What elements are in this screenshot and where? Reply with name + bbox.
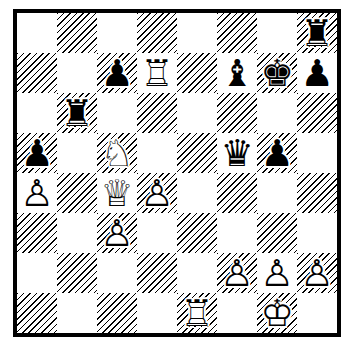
square-c2[interactable]: [97, 253, 137, 293]
white-pawn-halo-icon: ♟: [137, 173, 177, 213]
square-e5[interactable]: [177, 133, 217, 173]
square-h6[interactable]: [297, 93, 337, 133]
black-bishop-icon: ♝: [217, 53, 257, 93]
square-b4[interactable]: [57, 173, 97, 213]
white-pawn-icon: ♙: [137, 173, 177, 213]
square-c8[interactable]: [97, 13, 137, 53]
square-f3[interactable]: [217, 213, 257, 253]
square-f6[interactable]: [217, 93, 257, 133]
black-rook-icon: ♜: [297, 13, 337, 53]
chess-board: ♜♜♟♟♜♖♝♝♚♚♟♟♜♜♟♟♞♘♛♛♟♟♟♙♛♕♟♙♟♙♟♙♟♙♟♙♜♖♚♔: [17, 13, 337, 333]
square-b6[interactable]: ♜♜: [57, 93, 97, 133]
square-b2[interactable]: [57, 253, 97, 293]
black-queen-icon: ♛: [217, 133, 257, 173]
square-d6[interactable]: [137, 93, 177, 133]
white-pawn-halo-icon: ♟: [17, 173, 57, 213]
square-g5[interactable]: ♟♟: [257, 133, 297, 173]
black-queen-halo-icon: ♛: [217, 133, 257, 173]
white-knight-icon: ♘: [97, 133, 137, 173]
square-h8[interactable]: ♜♜: [297, 13, 337, 53]
square-b5[interactable]: [57, 133, 97, 173]
square-g6[interactable]: [257, 93, 297, 133]
square-e2[interactable]: [177, 253, 217, 293]
square-h2[interactable]: ♟♙: [297, 253, 337, 293]
square-f2[interactable]: ♟♙: [217, 253, 257, 293]
square-d7[interactable]: ♜♖: [137, 53, 177, 93]
black-rook-halo-icon: ♜: [57, 93, 97, 133]
square-a6[interactable]: [17, 93, 57, 133]
chess-board-frame: ♜♜♟♟♜♖♝♝♚♚♟♟♜♜♟♟♞♘♛♛♟♟♟♙♛♕♟♙♟♙♟♙♟♙♟♙♜♖♚♔: [13, 9, 341, 337]
square-d2[interactable]: [137, 253, 177, 293]
square-f1[interactable]: [217, 293, 257, 333]
white-queen-halo-icon: ♛: [97, 173, 137, 213]
white-rook-icon: ♖: [177, 293, 217, 333]
square-e1[interactable]: ♜♖: [177, 293, 217, 333]
square-a2[interactable]: [17, 253, 57, 293]
square-f4[interactable]: [217, 173, 257, 213]
square-g4[interactable]: [257, 173, 297, 213]
square-g1[interactable]: ♚♔: [257, 293, 297, 333]
white-pawn-halo-icon: ♟: [297, 253, 337, 293]
square-e3[interactable]: [177, 213, 217, 253]
square-e7[interactable]: [177, 53, 217, 93]
square-f8[interactable]: [217, 13, 257, 53]
white-pawn-icon: ♙: [17, 173, 57, 213]
square-g8[interactable]: [257, 13, 297, 53]
square-e8[interactable]: [177, 13, 217, 53]
square-g2[interactable]: ♟♙: [257, 253, 297, 293]
square-c1[interactable]: [97, 293, 137, 333]
square-b1[interactable]: [57, 293, 97, 333]
square-d8[interactable]: [137, 13, 177, 53]
square-g3[interactable]: [257, 213, 297, 253]
white-pawn-icon: ♙: [297, 253, 337, 293]
square-a4[interactable]: ♟♙: [17, 173, 57, 213]
square-b7[interactable]: [57, 53, 97, 93]
square-e4[interactable]: [177, 173, 217, 213]
black-king-halo-icon: ♚: [257, 53, 297, 93]
black-bishop-halo-icon: ♝: [217, 53, 257, 93]
square-d1[interactable]: [137, 293, 177, 333]
black-pawn-icon: ♟: [97, 53, 137, 93]
black-rook-icon: ♜: [57, 93, 97, 133]
white-pawn-halo-icon: ♟: [97, 213, 137, 253]
square-d5[interactable]: [137, 133, 177, 173]
white-knight-halo-icon: ♞: [97, 133, 137, 173]
white-pawn-halo-icon: ♟: [217, 253, 257, 293]
white-king-icon: ♔: [257, 293, 297, 333]
square-h4[interactable]: [297, 173, 337, 213]
white-pawn-icon: ♙: [217, 253, 257, 293]
white-pawn-icon: ♙: [97, 213, 137, 253]
square-c5[interactable]: ♞♘: [97, 133, 137, 173]
square-f7[interactable]: ♝♝: [217, 53, 257, 93]
square-e6[interactable]: [177, 93, 217, 133]
white-rook-halo-icon: ♜: [137, 53, 177, 93]
square-a8[interactable]: [17, 13, 57, 53]
white-rook-icon: ♖: [137, 53, 177, 93]
square-d3[interactable]: [137, 213, 177, 253]
black-rook-halo-icon: ♜: [297, 13, 337, 53]
square-a1[interactable]: [17, 293, 57, 333]
square-b8[interactable]: [57, 13, 97, 53]
square-c4[interactable]: ♛♕: [97, 173, 137, 213]
square-c7[interactable]: ♟♟: [97, 53, 137, 93]
square-g7[interactable]: ♚♚: [257, 53, 297, 93]
black-pawn-halo-icon: ♟: [17, 133, 57, 173]
square-f5[interactable]: ♛♛: [217, 133, 257, 173]
white-pawn-icon: ♙: [257, 253, 297, 293]
black-pawn-icon: ♟: [257, 133, 297, 173]
black-king-icon: ♚: [257, 53, 297, 93]
black-pawn-halo-icon: ♟: [297, 53, 337, 93]
square-d4[interactable]: ♟♙: [137, 173, 177, 213]
square-b3[interactable]: [57, 213, 97, 253]
black-pawn-halo-icon: ♟: [97, 53, 137, 93]
black-pawn-icon: ♟: [17, 133, 57, 173]
white-king-halo-icon: ♚: [257, 293, 297, 333]
white-queen-icon: ♕: [97, 173, 137, 213]
square-c3[interactable]: ♟♙: [97, 213, 137, 253]
square-h1[interactable]: [297, 293, 337, 333]
square-h3[interactable]: [297, 213, 337, 253]
white-pawn-halo-icon: ♟: [257, 253, 297, 293]
square-h5[interactable]: [297, 133, 337, 173]
square-c6[interactable]: [97, 93, 137, 133]
black-pawn-halo-icon: ♟: [257, 133, 297, 173]
square-h7[interactable]: ♟♟: [297, 53, 337, 93]
square-a7[interactable]: [17, 53, 57, 93]
white-rook-halo-icon: ♜: [177, 293, 217, 333]
square-a5[interactable]: ♟♟: [17, 133, 57, 173]
square-a3[interactable]: [17, 213, 57, 253]
black-pawn-icon: ♟: [297, 53, 337, 93]
